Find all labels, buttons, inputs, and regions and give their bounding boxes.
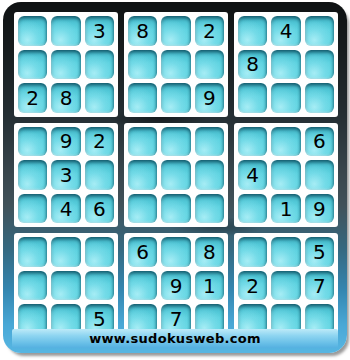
sudoku-cell-r6c5[interactable] xyxy=(161,194,190,224)
sudoku-cell-r1c6[interactable]: 2 xyxy=(195,16,224,46)
sudoku-cell-r1c4[interactable]: 8 xyxy=(128,16,157,46)
sudoku-cell-r1c3[interactable]: 3 xyxy=(85,16,114,46)
sudoku-cell-r8c1[interactable] xyxy=(18,271,47,301)
sudoku-cell-r3c8[interactable] xyxy=(271,83,300,113)
sudoku-cell-r1c2[interactable] xyxy=(51,16,80,46)
sudoku-cell-r8c7[interactable]: 2 xyxy=(238,271,267,301)
sudoku-cell-r2c9[interactable] xyxy=(305,50,334,80)
sudoku-cell-r4c8[interactable] xyxy=(271,127,300,157)
sudoku-cell-r6c2[interactable]: 4 xyxy=(51,194,80,224)
sudoku-cell-r1c7[interactable] xyxy=(238,16,267,46)
sudoku-cell-r1c5[interactable] xyxy=(161,16,190,46)
sudoku-cell-r7c9[interactable]: 5 xyxy=(305,237,334,267)
sudoku-cell-r6c4[interactable] xyxy=(128,194,157,224)
sudoku-cell-r4c4[interactable] xyxy=(128,127,157,157)
sudoku-cell-r3c4[interactable] xyxy=(128,83,157,113)
sudoku-cell-r5c1[interactable] xyxy=(18,160,47,190)
sudoku-cell-r5c2[interactable]: 3 xyxy=(51,160,80,190)
sudoku-cell-r5c3[interactable] xyxy=(85,160,114,190)
sudoku-box-9: 527 xyxy=(234,233,338,338)
sudoku-cell-r5c6[interactable] xyxy=(195,160,224,190)
sudoku-cell-r8c4[interactable] xyxy=(128,271,157,301)
sudoku-cell-r5c9[interactable] xyxy=(305,160,334,190)
sudoku-cell-r4c1[interactable] xyxy=(18,127,47,157)
sudoku-box-2: 829 xyxy=(124,12,228,117)
sudoku-cell-r3c6[interactable]: 9 xyxy=(195,83,224,113)
footer-band: www.sudokusweb.com xyxy=(12,329,338,348)
sudoku-cell-r3c7[interactable] xyxy=(238,83,267,113)
sudoku-box-3: 48 xyxy=(234,12,338,117)
sudoku-cell-r5c8[interactable] xyxy=(271,160,300,190)
sudoku-cell-r5c5[interactable] xyxy=(161,160,190,190)
site-link[interactable]: www.sudokusweb.com xyxy=(89,331,261,346)
sudoku-cell-r3c9[interactable] xyxy=(305,83,334,113)
sudoku-box-1: 328 xyxy=(14,12,118,117)
sudoku-cell-r2c1[interactable] xyxy=(18,50,47,80)
sudoku-cell-r7c3[interactable] xyxy=(85,237,114,267)
sudoku-cell-r6c1[interactable] xyxy=(18,194,47,224)
sudoku-box-7: 5 xyxy=(14,233,118,338)
sudoku-cell-r1c9[interactable] xyxy=(305,16,334,46)
sudoku-cell-r4c3[interactable]: 2 xyxy=(85,127,114,157)
sudoku-cell-r6c8[interactable]: 1 xyxy=(271,194,300,224)
sudoku-cell-r2c8[interactable] xyxy=(271,50,300,80)
sudoku-cell-r3c2[interactable]: 8 xyxy=(51,83,80,113)
sudoku-cell-r3c3[interactable] xyxy=(85,83,114,113)
sudoku-cell-r2c2[interactable] xyxy=(51,50,80,80)
sudoku-cell-r5c4[interactable] xyxy=(128,160,157,190)
sudoku-cell-r8c2[interactable] xyxy=(51,271,80,301)
sudoku-cell-r4c7[interactable] xyxy=(238,127,267,157)
sudoku-cell-r8c6[interactable]: 1 xyxy=(195,271,224,301)
sudoku-cell-r7c7[interactable] xyxy=(238,237,267,267)
sudoku-cell-r6c7[interactable] xyxy=(238,194,267,224)
sudoku-cell-r1c1[interactable] xyxy=(18,16,47,46)
sudoku-cell-r4c2[interactable]: 9 xyxy=(51,127,80,157)
sudoku-cell-r5c7[interactable]: 4 xyxy=(238,160,267,190)
sudoku-cell-r2c6[interactable] xyxy=(195,50,224,80)
sudoku-cell-r2c3[interactable] xyxy=(85,50,114,80)
sudoku-cell-r4c6[interactable] xyxy=(195,127,224,157)
sudoku-cell-r8c8[interactable] xyxy=(271,271,300,301)
sudoku-cell-r7c6[interactable]: 8 xyxy=(195,237,224,267)
sudoku-box-8: 68917 xyxy=(124,233,228,338)
sudoku-cell-r6c6[interactable] xyxy=(195,194,224,224)
sudoku-cell-r3c5[interactable] xyxy=(161,83,190,113)
sudoku-board: 32882948923466419568917527 xyxy=(14,12,338,338)
sudoku-cell-r6c3[interactable]: 6 xyxy=(85,194,114,224)
sudoku-cell-r1c8[interactable]: 4 xyxy=(271,16,300,46)
sudoku-cell-r6c9[interactable]: 9 xyxy=(305,194,334,224)
sudoku-box-5 xyxy=(124,123,228,228)
sudoku-cell-r7c5[interactable] xyxy=(161,237,190,267)
board-frame: 32882948923466419568917527 www.sudokuswe… xyxy=(3,2,347,353)
sudoku-cell-r7c2[interactable] xyxy=(51,237,80,267)
sudoku-cell-r8c9[interactable]: 7 xyxy=(305,271,334,301)
sudoku-cell-r8c5[interactable]: 9 xyxy=(161,271,190,301)
sudoku-cell-r7c1[interactable] xyxy=(18,237,47,267)
sudoku-box-6: 6419 xyxy=(234,123,338,228)
sudoku-cell-r8c3[interactable] xyxy=(85,271,114,301)
sudoku-cell-r4c9[interactable]: 6 xyxy=(305,127,334,157)
sudoku-cell-r2c7[interactable]: 8 xyxy=(238,50,267,80)
sudoku-box-4: 92346 xyxy=(14,123,118,228)
sudoku-cell-r3c1[interactable]: 2 xyxy=(18,83,47,113)
sudoku-cell-r7c8[interactable] xyxy=(271,237,300,267)
sudoku-cell-r2c4[interactable] xyxy=(128,50,157,80)
sudoku-cell-r4c5[interactable] xyxy=(161,127,190,157)
sudoku-cell-r2c5[interactable] xyxy=(161,50,190,80)
sudoku-cell-r7c4[interactable]: 6 xyxy=(128,237,157,267)
